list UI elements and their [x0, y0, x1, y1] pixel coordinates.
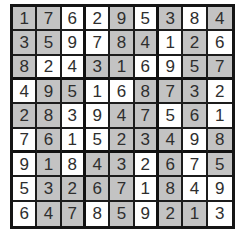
cell-r1c1[interactable]: 1 — [13, 7, 37, 31]
cell-r7c2[interactable]: 1 — [37, 153, 61, 177]
cell-r1c7[interactable]: 3 — [159, 7, 183, 31]
cell-r3c9[interactable]: 7 — [208, 56, 232, 80]
cell-r2c4[interactable]: 7 — [86, 31, 110, 55]
cell-r7c6[interactable]: 2 — [135, 153, 159, 177]
cell-r8c6[interactable]: 1 — [135, 177, 159, 201]
cell-r5c8[interactable]: 6 — [183, 104, 207, 128]
cell-r5c1[interactable]: 2 — [13, 104, 37, 128]
cell-r6c9[interactable]: 8 — [208, 129, 232, 153]
cell-r6c4[interactable]: 5 — [86, 129, 110, 153]
cell-r2c1[interactable]: 3 — [13, 31, 37, 55]
cell-r4c9[interactable]: 2 — [208, 80, 232, 104]
cell-r4c4[interactable]: 1 — [86, 80, 110, 104]
cell-r4c7[interactable]: 7 — [159, 80, 183, 104]
cell-r2c6[interactable]: 4 — [135, 31, 159, 55]
cell-r3c5[interactable]: 1 — [110, 56, 134, 80]
cell-r9c8[interactable]: 1 — [183, 202, 207, 226]
sudoku-board: 1762953843597841268243169574951687322839… — [10, 4, 235, 229]
cell-r3c8[interactable]: 5 — [183, 56, 207, 80]
cell-r5c2[interactable]: 8 — [37, 104, 61, 128]
cell-r6c3[interactable]: 1 — [62, 129, 86, 153]
cell-r9c6[interactable]: 9 — [135, 202, 159, 226]
cell-r5c6[interactable]: 7 — [135, 104, 159, 128]
cell-r3c4[interactable]: 3 — [86, 56, 110, 80]
cell-r7c4[interactable]: 4 — [86, 153, 110, 177]
cell-r9c2[interactable]: 4 — [37, 202, 61, 226]
cell-r9c7[interactable]: 2 — [159, 202, 183, 226]
cell-r4c5[interactable]: 6 — [110, 80, 134, 104]
cell-r8c8[interactable]: 4 — [183, 177, 207, 201]
cell-r3c3[interactable]: 4 — [62, 56, 86, 80]
cell-r3c7[interactable]: 9 — [159, 56, 183, 80]
cell-r1c8[interactable]: 8 — [183, 7, 207, 31]
cell-r9c5[interactable]: 5 — [110, 202, 134, 226]
cell-r9c9[interactable]: 3 — [208, 202, 232, 226]
cell-r9c1[interactable]: 6 — [13, 202, 37, 226]
cell-r9c4[interactable]: 8 — [86, 202, 110, 226]
cell-r4c8[interactable]: 3 — [183, 80, 207, 104]
cell-r5c5[interactable]: 4 — [110, 104, 134, 128]
cell-r7c9[interactable]: 5 — [208, 153, 232, 177]
cell-r5c4[interactable]: 9 — [86, 104, 110, 128]
cell-r7c7[interactable]: 6 — [159, 153, 183, 177]
cell-r8c2[interactable]: 3 — [37, 177, 61, 201]
cell-r2c3[interactable]: 9 — [62, 31, 86, 55]
cell-r2c2[interactable]: 5 — [37, 31, 61, 55]
cell-r4c2[interactable]: 9 — [37, 80, 61, 104]
cell-r7c8[interactable]: 7 — [183, 153, 207, 177]
cell-r5c7[interactable]: 5 — [159, 104, 183, 128]
cell-r8c5[interactable]: 7 — [110, 177, 134, 201]
cell-r6c1[interactable]: 7 — [13, 129, 37, 153]
cell-r3c6[interactable]: 6 — [135, 56, 159, 80]
cell-r4c3[interactable]: 5 — [62, 80, 86, 104]
cell-r9c3[interactable]: 7 — [62, 202, 86, 226]
cell-r2c7[interactable]: 1 — [159, 31, 183, 55]
cell-r4c6[interactable]: 8 — [135, 80, 159, 104]
cell-r8c4[interactable]: 6 — [86, 177, 110, 201]
cell-r1c3[interactable]: 6 — [62, 7, 86, 31]
cell-r3c1[interactable]: 8 — [13, 56, 37, 80]
cell-r7c3[interactable]: 8 — [62, 153, 86, 177]
cell-r5c9[interactable]: 1 — [208, 104, 232, 128]
cell-r8c3[interactable]: 2 — [62, 177, 86, 201]
cell-r2c8[interactable]: 2 — [183, 31, 207, 55]
cell-r5c3[interactable]: 3 — [62, 104, 86, 128]
cell-r1c2[interactable]: 7 — [37, 7, 61, 31]
cell-r1c9[interactable]: 4 — [208, 7, 232, 31]
cell-r4c1[interactable]: 4 — [13, 80, 37, 104]
cell-r6c5[interactable]: 2 — [110, 129, 134, 153]
cell-r1c5[interactable]: 9 — [110, 7, 134, 31]
cell-r1c4[interactable]: 2 — [86, 7, 110, 31]
cell-r8c9[interactable]: 9 — [208, 177, 232, 201]
cell-r6c2[interactable]: 6 — [37, 129, 61, 153]
cell-r2c9[interactable]: 6 — [208, 31, 232, 55]
cell-r3c2[interactable]: 2 — [37, 56, 61, 80]
cell-r7c5[interactable]: 3 — [110, 153, 134, 177]
cell-r1c6[interactable]: 5 — [135, 7, 159, 31]
cell-r6c6[interactable]: 3 — [135, 129, 159, 153]
cell-r2c5[interactable]: 8 — [110, 31, 134, 55]
cell-r7c1[interactable]: 9 — [13, 153, 37, 177]
cell-r8c1[interactable]: 5 — [13, 177, 37, 201]
cell-r6c8[interactable]: 9 — [183, 129, 207, 153]
cell-r8c7[interactable]: 8 — [159, 177, 183, 201]
cell-r6c7[interactable]: 4 — [159, 129, 183, 153]
